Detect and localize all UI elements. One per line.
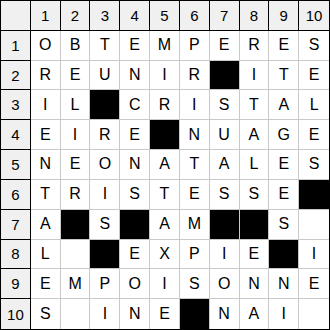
cell-r2-c4[interactable]: N: [120, 61, 150, 91]
cell-r9-c10[interactable]: E: [299, 269, 329, 299]
col-header-7: 7: [210, 1, 240, 31]
cell-r8-c8[interactable]: E: [240, 240, 270, 270]
cell-r7-c10[interactable]: [299, 210, 329, 240]
cell-r5-c5[interactable]: A: [150, 150, 180, 180]
cell-r9-c6[interactable]: S: [180, 269, 210, 299]
cell-r1-c5[interactable]: M: [150, 31, 180, 61]
cell-r9-c1[interactable]: E: [31, 269, 61, 299]
cell-r5-c10[interactable]: S: [299, 150, 329, 180]
block-cell-r4-c5: [150, 120, 180, 150]
cell-r4-c8[interactable]: A: [240, 120, 270, 150]
cell-r9-c5[interactable]: I: [150, 269, 180, 299]
cell-r6-c6[interactable]: E: [180, 180, 210, 210]
row-header-9: 9: [1, 269, 31, 299]
cell-r1-c6[interactable]: P: [180, 31, 210, 61]
cell-r2-c3[interactable]: U: [90, 61, 120, 91]
cell-r3-c6[interactable]: I: [180, 90, 210, 120]
cell-r2-c10[interactable]: E: [299, 61, 329, 91]
cell-r5-c8[interactable]: L: [240, 150, 270, 180]
cell-r5-c1[interactable]: N: [31, 150, 61, 180]
cell-r8-c6[interactable]: P: [180, 240, 210, 270]
cell-r4-c9[interactable]: G: [269, 120, 299, 150]
cell-r10-c1[interactable]: S: [31, 299, 61, 329]
cell-r6-c9[interactable]: E: [269, 180, 299, 210]
cell-r4-c1[interactable]: E: [31, 120, 61, 150]
block-cell-r8-c9: [269, 240, 299, 270]
cell-r1-c4[interactable]: E: [120, 31, 150, 61]
block-cell-r3-c3: [90, 90, 120, 120]
cell-r9-c3[interactable]: P: [90, 269, 120, 299]
cell-r3-c2[interactable]: L: [61, 90, 91, 120]
block-cell-r8-c3: [90, 240, 120, 270]
row-header-10: 10: [1, 299, 31, 329]
cell-r7-c1[interactable]: A: [31, 210, 61, 240]
cell-r9-c8[interactable]: N: [240, 269, 270, 299]
cell-r10-c8[interactable]: A: [240, 299, 270, 329]
cell-r8-c10[interactable]: I: [299, 240, 329, 270]
cell-r6-c2[interactable]: R: [61, 180, 91, 210]
block-cell-r7-c8: [240, 210, 270, 240]
row-header-3: 3: [1, 90, 31, 120]
block-cell-r6-c10: [299, 180, 329, 210]
cell-r5-c4[interactable]: N: [120, 150, 150, 180]
col-header-1: 1: [31, 1, 61, 31]
cell-r2-c8[interactable]: I: [240, 61, 270, 91]
cell-r1-c3[interactable]: T: [90, 31, 120, 61]
col-header-10: 10: [299, 1, 329, 31]
cell-r2-c5[interactable]: I: [150, 61, 180, 91]
cell-r10-c4[interactable]: N: [120, 299, 150, 329]
cell-r10-c5[interactable]: E: [150, 299, 180, 329]
cell-r2-c1[interactable]: R: [31, 61, 61, 91]
cell-r6-c3[interactable]: I: [90, 180, 120, 210]
cell-r8-c5[interactable]: X: [150, 240, 180, 270]
col-header-5: 5: [150, 1, 180, 31]
cell-r8-c1[interactable]: L: [31, 240, 61, 270]
cell-r1-c2[interactable]: B: [61, 31, 91, 61]
col-header-8: 8: [240, 1, 270, 31]
cell-r6-c8[interactable]: S: [240, 180, 270, 210]
cell-r5-c9[interactable]: E: [269, 150, 299, 180]
block-cell-r7-c2: [61, 210, 91, 240]
cell-r3-c10[interactable]: L: [299, 90, 329, 120]
cell-r6-c1[interactable]: T: [31, 180, 61, 210]
row-header-1: 1: [1, 31, 31, 61]
block-cell-r2-c7: [210, 61, 240, 91]
cell-r3-c4[interactable]: C: [120, 90, 150, 120]
cell-r2-c9[interactable]: T: [269, 61, 299, 91]
cell-r4-c6[interactable]: N: [180, 120, 210, 150]
cell-r1-c9[interactable]: E: [269, 31, 299, 61]
cell-r3-c1[interactable]: I: [31, 90, 61, 120]
cell-r3-c5[interactable]: R: [150, 90, 180, 120]
cell-r3-c7[interactable]: S: [210, 90, 240, 120]
row-header-5: 5: [1, 150, 31, 180]
cell-r9-c2[interactable]: M: [61, 269, 91, 299]
cell-r4-c10[interactable]: E: [299, 120, 329, 150]
cell-r7-c3[interactable]: S: [90, 210, 120, 240]
cell-r6-c7[interactable]: S: [210, 180, 240, 210]
cell-r9-c7[interactable]: O: [210, 269, 240, 299]
cell-r7-c9[interactable]: S: [269, 210, 299, 240]
cell-r3-c9[interactable]: A: [269, 90, 299, 120]
cell-r2-c6[interactable]: R: [180, 61, 210, 91]
cell-r8-c2[interactable]: [61, 240, 91, 270]
col-header-4: 4: [120, 1, 150, 31]
block-cell-r7-c4: [120, 210, 150, 240]
cell-r5-c3[interactable]: O: [90, 150, 120, 180]
cell-r10-c9[interactable]: I: [269, 299, 299, 329]
cell-r5-c2[interactable]: E: [61, 150, 91, 180]
cell-r6-c4[interactable]: S: [120, 180, 150, 210]
cell-r1-c8[interactable]: R: [240, 31, 270, 61]
cell-r10-c2[interactable]: [61, 299, 91, 329]
cell-r4-c2[interactable]: I: [61, 120, 91, 150]
cell-r9-c9[interactable]: N: [269, 269, 299, 299]
cell-r10-c10[interactable]: [299, 299, 329, 329]
crossword-board: 123456789101OBTEMPERES2REUNIRITE3ILCRIST…: [0, 0, 330, 330]
corner-cell: [1, 1, 31, 31]
row-header-2: 2: [1, 61, 31, 91]
row-header-6: 6: [1, 180, 31, 210]
cell-r4-c7[interactable]: U: [210, 120, 240, 150]
cell-r6-c5[interactable]: T: [150, 180, 180, 210]
col-header-2: 2: [61, 1, 91, 31]
cell-r2-c2[interactable]: E: [61, 61, 91, 91]
row-header-8: 8: [1, 240, 31, 270]
block-cell-r7-c7: [210, 210, 240, 240]
col-header-6: 6: [180, 1, 210, 31]
cell-r7-c6[interactable]: M: [180, 210, 210, 240]
cell-r9-c4[interactable]: O: [120, 269, 150, 299]
row-header-7: 7: [1, 210, 31, 240]
cell-r8-c4[interactable]: E: [120, 240, 150, 270]
cell-r7-c5[interactable]: A: [150, 210, 180, 240]
cell-r10-c7[interactable]: N: [210, 299, 240, 329]
cell-r5-c7[interactable]: A: [210, 150, 240, 180]
cell-r1-c7[interactable]: E: [210, 31, 240, 61]
col-header-3: 3: [90, 1, 120, 31]
cell-r4-c4[interactable]: E: [120, 120, 150, 150]
cell-r1-c10[interactable]: S: [299, 31, 329, 61]
cell-r1-c1[interactable]: O: [31, 31, 61, 61]
cell-r8-c7[interactable]: I: [210, 240, 240, 270]
col-header-9: 9: [269, 1, 299, 31]
cell-r4-c3[interactable]: R: [90, 120, 120, 150]
cell-r10-c3[interactable]: I: [90, 299, 120, 329]
row-header-4: 4: [1, 120, 31, 150]
block-cell-r10-c6: [180, 299, 210, 329]
cell-r5-c6[interactable]: T: [180, 150, 210, 180]
cell-r3-c8[interactable]: T: [240, 90, 270, 120]
